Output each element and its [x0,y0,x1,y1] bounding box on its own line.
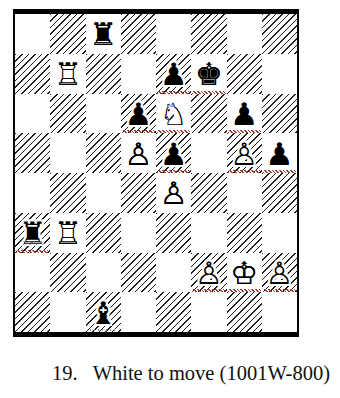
square-h1 [262,292,297,332]
square-e6: ♘ [156,94,191,134]
square-e1 [156,292,191,332]
square-b4 [50,173,85,213]
square-h5: ♟ [262,133,297,173]
square-c7 [86,54,121,94]
square-a6 [15,94,50,134]
square-g5: ♙ [227,133,262,173]
piece-white-pawn-g5: ♙ [230,139,258,170]
square-g1 [227,292,262,332]
square-f8 [191,14,226,54]
square-h3 [262,213,297,253]
square-h4 [262,173,297,213]
piece-black-pawn-d6: ♟ [124,99,152,130]
square-g6: ♟ [227,94,262,134]
square-a7 [15,54,50,94]
scan-artifact-underline [192,289,225,292]
piece-white-knight-e6: ♘ [160,99,188,130]
scan-artifact-dots [90,329,117,331]
square-a8 [15,14,50,54]
square-e3 [156,213,191,253]
caption-number: 19. [52,362,78,384]
square-b1 [50,292,85,332]
scan-artifact-underline [228,289,261,292]
square-b8 [50,14,85,54]
square-d7 [121,54,156,94]
square-f7: ♚ [191,54,226,94]
piece-white-rook-b3: ♖ [54,218,82,249]
square-d4 [121,173,156,213]
square-d1 [121,292,156,332]
piece-black-rook-a3: ♜ [19,218,47,249]
piece-black-pawn-g6: ♟ [230,99,258,130]
scan-artifact-underline [263,289,296,292]
piece-white-pawn-d5: ♙ [124,139,152,170]
scan-artifact-underline [228,130,261,133]
square-b7: ♖ [50,54,85,94]
scan-artifact-underline [157,130,190,133]
diagram-caption: 19.White to move (1001W-800) [52,362,330,385]
piece-white-pawn-e4: ♙ [160,178,188,209]
square-d2 [121,253,156,293]
piece-black-rook-c8: ♜ [89,19,117,50]
square-f4 [191,173,226,213]
square-h8 [262,14,297,54]
piece-white-pawn-f2: ♙ [195,258,223,289]
square-g2: ♔ [227,253,262,293]
square-a1 [15,292,50,332]
square-d6: ♟ [121,94,156,134]
square-e8 [156,14,191,54]
square-h7 [262,54,297,94]
square-e5: ♟ [156,133,191,173]
scan-artifact-underline [263,170,296,173]
piece-black-pawn-e5: ♟ [160,139,188,170]
square-f5 [191,133,226,173]
piece-black-bishop-c1: ♝ [89,298,117,329]
square-e4: ♙ [156,173,191,213]
square-c8: ♜ [86,14,121,54]
square-b2 [50,253,85,293]
square-e2 [156,253,191,293]
scan-artifact-underline [192,91,225,94]
piece-white-king-g2: ♔ [230,258,258,289]
square-b6 [50,94,85,134]
square-c2 [86,253,121,293]
scan-artifact-underline [157,170,190,173]
square-a4 [15,173,50,213]
piece-black-pawn-e7: ♟ [160,59,188,90]
square-c3 [86,213,121,253]
square-a3: ♜ [15,213,50,253]
chess-board: ♜♖♟♚♟♘♟♙♟♙♟♙♜♖♙♔♙♝ [13,9,299,337]
square-c4 [86,173,121,213]
square-a5 [15,133,50,173]
piece-black-king-f7: ♚ [195,59,223,90]
square-f6 [191,94,226,134]
square-g3 [227,213,262,253]
square-f2: ♙ [191,253,226,293]
square-g7 [227,54,262,94]
square-c5 [86,133,121,173]
scan-artifact-underline [157,91,190,94]
square-d8 [121,14,156,54]
square-b3: ♖ [50,213,85,253]
piece-white-rook-b7: ♖ [54,59,82,90]
square-d3 [121,213,156,253]
scan-artifact-underline [122,130,155,133]
scan-artifact-underline [228,170,261,173]
square-f1 [191,292,226,332]
square-a2 [15,253,50,293]
square-c1: ♝ [86,292,121,332]
square-h2: ♙ [262,253,297,293]
square-g4 [227,173,262,213]
caption-text: White to move (1001W-800) [93,362,330,384]
square-g8 [227,14,262,54]
piece-white-pawn-h2: ♙ [265,258,293,289]
square-b5 [50,133,85,173]
piece-black-pawn-h5: ♟ [265,139,293,170]
square-c6 [86,94,121,134]
square-e7: ♟ [156,54,191,94]
square-d5: ♙ [121,133,156,173]
scan-artifact-underline [16,250,49,253]
square-h6 [262,94,297,134]
square-f3 [191,213,226,253]
